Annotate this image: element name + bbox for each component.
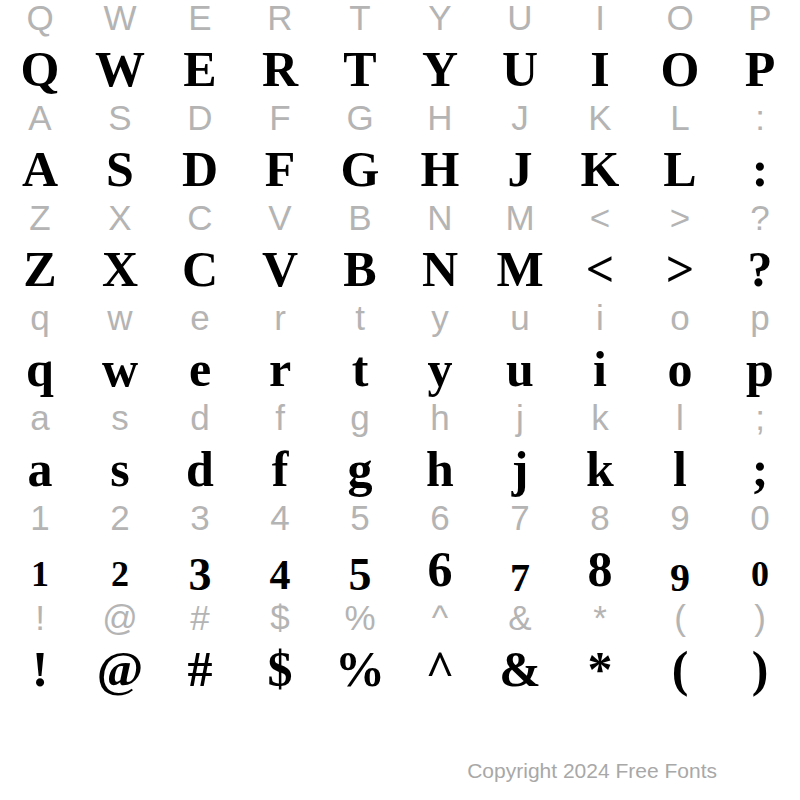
char-cell: u [480, 350, 560, 388]
char-cell: & [480, 650, 560, 688]
char-cell: Z [0, 250, 80, 288]
char-cell: R [240, 0, 320, 36]
char-cell: h [400, 450, 480, 488]
char-cell: y [400, 350, 480, 388]
glyph: 2 [111, 555, 129, 593]
glyph: d [190, 400, 209, 436]
char-cell: J [480, 150, 560, 188]
glyph: : [755, 100, 765, 136]
glyph: : [752, 150, 769, 188]
char-cell: 5 [320, 550, 400, 590]
glyph: N [427, 200, 452, 236]
glyph: E [183, 50, 216, 88]
char-cell: S [80, 100, 160, 136]
char-cell: M [480, 200, 560, 236]
glyph: L [670, 100, 689, 136]
char-cell: 0 [720, 550, 800, 593]
glyph: Y [422, 50, 458, 88]
glyph: G [341, 150, 380, 188]
char-cell: G [320, 150, 400, 188]
char-cell: < [560, 250, 640, 288]
char-cell: k [560, 400, 640, 436]
char-cell: ? [720, 250, 800, 288]
glyph: r [269, 350, 291, 388]
glyph: f [275, 400, 285, 436]
glyph: k [591, 400, 609, 436]
glyph: ! [35, 600, 45, 636]
char-cell: 6 [400, 500, 480, 536]
char-cell: # [160, 650, 240, 688]
glyph: C [182, 250, 218, 288]
glyph: o [670, 300, 689, 336]
glyph: F [269, 100, 290, 136]
char-cell: L [640, 150, 720, 188]
char-cell: > [640, 200, 720, 236]
char-cell: @ [80, 600, 160, 636]
glyph: 3 [190, 500, 209, 536]
char-cell: ; [720, 400, 800, 436]
char-cell: ! [0, 650, 80, 688]
char-cell: ! [0, 600, 80, 636]
glyph: l [673, 450, 687, 488]
glyph: p [746, 350, 774, 388]
char-row-pair-uppercase-bottom-row: ZXCVBNM<>?ZXCVBNM<>? [0, 200, 800, 300]
char-cell: 2 [80, 550, 160, 593]
glyph: @ [97, 650, 144, 688]
glyph: g [350, 400, 369, 436]
char-cell: F [240, 100, 320, 136]
glyph: 8 [588, 550, 613, 588]
glyph: w [102, 350, 138, 388]
char-cell: < [560, 200, 640, 236]
char-cell: $ [240, 600, 320, 636]
char-cell: O [640, 0, 720, 36]
glyph: P [748, 0, 771, 36]
char-cell: 2 [80, 500, 160, 536]
glyph: S [108, 100, 131, 136]
glyph: q [30, 300, 49, 336]
glyph: 7 [510, 500, 529, 536]
char-cell: Y [400, 0, 480, 36]
glyph: & [508, 600, 531, 636]
glyph: ^ [425, 650, 454, 688]
char-row-pair-symbols-row: !@#$%^&*()!@#$%^&*() [0, 600, 800, 700]
glyph: < [590, 200, 610, 236]
char-cell: J [480, 100, 560, 136]
char-cell: g [320, 400, 400, 436]
char-cell: p [720, 350, 800, 388]
char-cell: 8 [560, 550, 640, 588]
char-cell: 4 [240, 550, 320, 591]
char-cell: d [160, 400, 240, 436]
char-cell: i [560, 350, 640, 388]
char-cell: $ [240, 650, 320, 688]
glyph: P [745, 50, 776, 88]
glyph: T [343, 50, 376, 88]
char-cell: * [560, 650, 640, 688]
char-cell: ( [640, 650, 720, 688]
char-cell: 3 [160, 500, 240, 536]
glyph: 5 [349, 556, 372, 594]
character-grid: QWERTYUIOPQWERTYUIOPASDFGHJKL:ASDFGHJKL:… [0, 0, 800, 700]
glyph: ) [754, 600, 766, 636]
char-cell: j [480, 450, 560, 488]
char-cell: N [400, 200, 480, 236]
char-cell: T [320, 50, 400, 88]
glyph: * [593, 600, 607, 636]
glyph: 0 [751, 555, 769, 593]
char-cell: e [160, 350, 240, 388]
char-cell: a [0, 400, 80, 436]
glyph: a [28, 450, 53, 488]
glyph: I [590, 50, 609, 88]
char-cell: p [720, 300, 800, 336]
char-cell: E [160, 50, 240, 88]
char-cell: r [240, 350, 320, 388]
char-cell: M [480, 250, 560, 288]
char-cell: G [320, 100, 400, 136]
char-cell: a [0, 450, 80, 488]
glyph: H [427, 100, 452, 136]
char-cell: D [160, 100, 240, 136]
glyph: t [352, 350, 369, 388]
reference-digits-row: 1234567890 [0, 500, 800, 550]
char-cell: l [640, 400, 720, 436]
glyph: B [348, 200, 371, 236]
char-cell: H [400, 100, 480, 136]
char-cell: ? [720, 200, 800, 236]
char-cell: Q [0, 0, 80, 36]
glyph: O [661, 50, 700, 88]
glyph: t [355, 300, 365, 336]
char-cell: 9 [640, 550, 720, 592]
char-cell: I [560, 0, 640, 36]
char-cell: D [160, 150, 240, 188]
glyph: h [430, 400, 449, 436]
glyph: ( [672, 650, 689, 688]
glyph: A [22, 150, 58, 188]
char-cell: e [160, 300, 240, 336]
char-cell: 6 [400, 550, 480, 588]
glyph: 4 [270, 500, 289, 536]
glyph: > [666, 250, 695, 288]
char-cell: ^ [400, 650, 480, 688]
glyph: ? [748, 250, 773, 288]
char-cell: @ [80, 650, 160, 688]
char-cell: s [80, 450, 160, 488]
specimen-uppercase-home-row: ASDFGHJKL: [0, 150, 800, 200]
glyph: i [596, 300, 604, 336]
char-cell: ( [640, 600, 720, 636]
char-cell: 7 [480, 550, 560, 592]
char-cell: Q [0, 50, 80, 88]
glyph: 1 [30, 500, 49, 536]
char-cell: ) [720, 650, 800, 688]
glyph: 1 [31, 555, 49, 593]
glyph: J [511, 100, 529, 136]
glyph: % [344, 600, 375, 636]
glyph: @ [102, 600, 138, 636]
char-cell: 9 [640, 500, 720, 536]
char-cell: y [400, 300, 480, 336]
glyph: < [586, 250, 615, 288]
char-cell: o [640, 350, 720, 388]
specimen-lowercase-home-row: asdfghjkl; [0, 450, 800, 500]
glyph: D [187, 100, 212, 136]
glyph: V [262, 250, 298, 288]
char-cell: t [320, 300, 400, 336]
char-cell: P [720, 50, 800, 88]
char-cell: k [560, 450, 640, 488]
char-cell: > [640, 250, 720, 288]
char-cell: V [240, 250, 320, 288]
glyph: s [111, 400, 129, 436]
glyph: # [188, 650, 213, 688]
char-cell: & [480, 600, 560, 636]
char-cell: E [160, 0, 240, 36]
char-row-pair-digits-row: 12345678901234567890 [0, 500, 800, 600]
glyph: e [189, 350, 211, 388]
specimen-uppercase-qwerty-row: QWERTYUIOP [0, 50, 800, 100]
glyph: u [506, 350, 534, 388]
char-cell: ) [720, 600, 800, 636]
glyph: d [186, 450, 214, 488]
glyph: K [581, 150, 620, 188]
glyph: $ [268, 650, 293, 688]
glyph: > [670, 200, 690, 236]
char-cell: W [80, 0, 160, 36]
char-cell: H [400, 150, 480, 188]
glyph: L [663, 150, 696, 188]
glyph: C [187, 200, 212, 236]
char-cell: 1 [0, 500, 80, 536]
char-cell: X [80, 250, 160, 288]
char-cell: V [240, 200, 320, 236]
glyph: * [588, 650, 613, 688]
char-cell: U [480, 0, 560, 36]
glyph: K [588, 100, 611, 136]
glyph: i [593, 350, 607, 388]
glyph: 4 [270, 556, 291, 594]
char-row-pair-uppercase-qwerty-row: QWERTYUIOPQWERTYUIOP [0, 0, 800, 100]
glyph: 5 [350, 500, 369, 536]
char-cell: W [80, 50, 160, 88]
glyph: k [586, 450, 614, 488]
glyph: ; [755, 400, 765, 436]
char-cell: 1 [0, 550, 80, 593]
glyph: h [426, 450, 454, 488]
glyph: 8 [590, 500, 609, 536]
glyph: f [272, 450, 289, 488]
glyph: T [349, 0, 370, 36]
char-cell: : [720, 150, 800, 188]
char-cell: % [320, 650, 400, 688]
glyph: U [502, 50, 538, 88]
glyph: M [496, 250, 543, 288]
char-row-pair-uppercase-home-row: ASDFGHJKL:ASDFGHJKL: [0, 100, 800, 200]
glyph: ) [752, 650, 769, 688]
glyph: H [421, 150, 460, 188]
glyph: 6 [430, 500, 449, 536]
glyph: y [431, 300, 449, 336]
glyph: W [103, 0, 136, 36]
glyph: Y [428, 0, 451, 36]
char-cell: r [240, 300, 320, 336]
char-cell: 5 [320, 500, 400, 536]
glyph: A [28, 100, 51, 136]
char-cell: l [640, 450, 720, 488]
specimen-digits-row: 1234567890 [0, 550, 800, 600]
glyph: 0 [750, 500, 769, 536]
char-cell: S [80, 150, 160, 188]
glyph: j [512, 450, 529, 488]
glyph: ( [674, 600, 686, 636]
glyph: o [668, 350, 693, 388]
char-cell: ^ [400, 600, 480, 636]
glyph: e [190, 300, 209, 336]
char-cell: C [160, 200, 240, 236]
char-cell: s [80, 400, 160, 436]
char-cell: w [80, 300, 160, 336]
char-cell: % [320, 600, 400, 636]
char-cell: F [240, 150, 320, 188]
char-cell: 3 [160, 550, 240, 590]
char-cell: R [240, 50, 320, 88]
glyph: s [110, 450, 129, 488]
glyph: q [26, 350, 54, 388]
char-cell: I [560, 50, 640, 88]
char-cell: Y [400, 50, 480, 88]
glyph: E [188, 0, 211, 36]
glyph: U [507, 0, 532, 36]
glyph: Z [29, 200, 50, 236]
char-cell: h [400, 400, 480, 436]
glyph: J [508, 150, 533, 188]
glyph: r [274, 300, 286, 336]
char-cell: i [560, 300, 640, 336]
char-cell: * [560, 600, 640, 636]
specimen-lowercase-qwerty-row: qwertyuiop [0, 350, 800, 400]
char-cell: B [320, 250, 400, 288]
glyph: M [505, 200, 534, 236]
char-cell: Z [0, 200, 80, 236]
char-cell: # [160, 600, 240, 636]
char-cell: O [640, 50, 720, 88]
glyph: O [666, 0, 693, 36]
char-cell: K [560, 150, 640, 188]
char-cell: t [320, 350, 400, 388]
glyph: Z [23, 250, 56, 288]
glyph: u [510, 300, 529, 336]
char-cell: f [240, 450, 320, 488]
char-cell: P [720, 0, 800, 36]
glyph: X [108, 200, 131, 236]
specimen-symbols-row: !@#$%^&*() [0, 650, 800, 700]
glyph: D [182, 150, 218, 188]
char-cell: q [0, 300, 80, 336]
char-cell: 7 [480, 500, 560, 536]
glyph: ; [752, 450, 769, 488]
glyph: % [335, 650, 385, 688]
char-cell: f [240, 400, 320, 436]
glyph: G [346, 100, 373, 136]
char-cell: C [160, 250, 240, 288]
glyph: 7 [510, 559, 530, 597]
glyph: g [348, 450, 373, 488]
glyph: w [107, 300, 132, 336]
glyph: R [267, 0, 292, 36]
glyph: F [265, 150, 296, 188]
char-cell: K [560, 100, 640, 136]
char-cell: U [480, 50, 560, 88]
char-cell: j [480, 400, 560, 436]
glyph: B [343, 250, 376, 288]
glyph: $ [270, 600, 289, 636]
char-cell: A [0, 150, 80, 188]
glyph: Q [26, 0, 53, 36]
char-cell: B [320, 200, 400, 236]
char-cell: A [0, 100, 80, 136]
char-cell: X [80, 200, 160, 236]
char-cell: T [320, 0, 400, 36]
char-cell: g [320, 450, 400, 488]
glyph: ^ [432, 600, 448, 636]
char-cell: o [640, 300, 720, 336]
glyph: # [190, 600, 209, 636]
glyph: ! [32, 650, 49, 688]
glyph: 3 [189, 556, 212, 594]
char-cell: : [720, 100, 800, 136]
glyph: y [428, 350, 453, 388]
char-cell: d [160, 450, 240, 488]
glyph: ? [750, 200, 769, 236]
glyph: W [95, 50, 145, 88]
specimen-uppercase-bottom-row: ZXCVBNM<>? [0, 250, 800, 300]
char-cell: 0 [720, 500, 800, 536]
char-cell: w [80, 350, 160, 388]
char-cell: q [0, 350, 80, 388]
glyph: a [30, 400, 49, 436]
glyph: V [268, 200, 291, 236]
glyph: 2 [110, 500, 129, 536]
char-cell: N [400, 250, 480, 288]
glyph: l [676, 400, 684, 436]
glyph: j [516, 400, 524, 436]
char-cell: L [640, 100, 720, 136]
glyph: N [422, 250, 458, 288]
page-footer: Copyright 2024 Free Fonts [467, 758, 717, 784]
glyph: p [750, 300, 769, 336]
char-row-pair-lowercase-home-row: asdfghjkl;asdfghjkl; [0, 400, 800, 500]
glyph: X [102, 250, 138, 288]
char-cell: ; [720, 450, 800, 488]
glyph: R [262, 50, 298, 88]
copyright-text: Copyright 2024 Free Fonts [467, 759, 717, 782]
glyph: & [499, 650, 541, 688]
glyph: 6 [428, 550, 453, 588]
char-cell: 8 [560, 500, 640, 536]
glyph: I [595, 0, 605, 36]
glyph: 9 [670, 500, 689, 536]
char-cell: u [480, 300, 560, 336]
font-preview-page: QWERTYUIOPQWERTYUIOPASDFGHJKL:ASDFGHJKL:… [0, 0, 800, 800]
char-cell: 4 [240, 500, 320, 536]
char-row-pair-lowercase-qwerty-row: qwertyuiopqwertyuiop [0, 300, 800, 400]
glyph: Q [21, 50, 60, 88]
glyph: 9 [670, 559, 690, 597]
glyph: S [106, 150, 134, 188]
